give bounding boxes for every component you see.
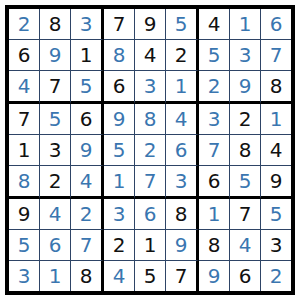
- cell-r3c3[interactable]: 5: [71, 71, 104, 104]
- cell-r5c5[interactable]: 2: [135, 135, 166, 166]
- cell-r9c4[interactable]: 4: [104, 261, 135, 291]
- cell-r3c2[interactable]: 7: [40, 71, 71, 104]
- cell-r4c8[interactable]: 2: [230, 104, 261, 135]
- cell-r1c8[interactable]: 1: [230, 9, 261, 40]
- cell-r4c7[interactable]: 3: [199, 104, 230, 135]
- cell-r5c2[interactable]: 3: [40, 135, 71, 166]
- cell-r4c4[interactable]: 9: [104, 104, 135, 135]
- cell-r5c4[interactable]: 5: [104, 135, 135, 166]
- cell-r8c9[interactable]: 3: [261, 230, 291, 261]
- cell-r1c5[interactable]: 9: [135, 9, 166, 40]
- cell-r7c6[interactable]: 8: [166, 199, 199, 230]
- cell-r8c7[interactable]: 8: [199, 230, 230, 261]
- cell-r2c4[interactable]: 8: [104, 40, 135, 71]
- cell-r5c1[interactable]: 1: [9, 135, 40, 166]
- cell-r9c6[interactable]: 7: [166, 261, 199, 291]
- cell-r6c9[interactable]: 9: [261, 166, 291, 199]
- cell-r1c4[interactable]: 7: [104, 9, 135, 40]
- cell-r8c3[interactable]: 7: [71, 230, 104, 261]
- cell-r6c6[interactable]: 3: [166, 166, 199, 199]
- cell-r1c6[interactable]: 5: [166, 9, 199, 40]
- cell-r8c6[interactable]: 9: [166, 230, 199, 261]
- cell-r2c2[interactable]: 9: [40, 40, 71, 71]
- cell-r2c7[interactable]: 5: [199, 40, 230, 71]
- cell-r6c2[interactable]: 2: [40, 166, 71, 199]
- cell-r5c7[interactable]: 7: [199, 135, 230, 166]
- cell-r2c1[interactable]: 6: [9, 40, 40, 71]
- cell-r8c5[interactable]: 1: [135, 230, 166, 261]
- cell-r2c5[interactable]: 4: [135, 40, 166, 71]
- cell-r6c8[interactable]: 5: [230, 166, 261, 199]
- cell-r9c1[interactable]: 3: [9, 261, 40, 291]
- cell-r4c3[interactable]: 6: [71, 104, 104, 135]
- cell-r9c7[interactable]: 9: [199, 261, 230, 291]
- cell-r6c4[interactable]: 1: [104, 166, 135, 199]
- cell-r3c1[interactable]: 4: [9, 71, 40, 104]
- cell-r2c8[interactable]: 3: [230, 40, 261, 71]
- cell-r5c8[interactable]: 8: [230, 135, 261, 166]
- cell-r6c3[interactable]: 4: [71, 166, 104, 199]
- cell-r9c9[interactable]: 2: [261, 261, 291, 291]
- cell-r4c2[interactable]: 5: [40, 104, 71, 135]
- cell-r7c8[interactable]: 7: [230, 199, 261, 230]
- cell-r4c9[interactable]: 1: [261, 104, 291, 135]
- cell-r4c1[interactable]: 7: [9, 104, 40, 135]
- cell-r9c3[interactable]: 8: [71, 261, 104, 291]
- cell-r3c7[interactable]: 2: [199, 71, 230, 104]
- cell-r9c5[interactable]: 5: [135, 261, 166, 291]
- cell-r3c5[interactable]: 3: [135, 71, 166, 104]
- cell-r8c4[interactable]: 2: [104, 230, 135, 261]
- cell-r3c9[interactable]: 8: [261, 71, 291, 104]
- cell-r7c3[interactable]: 2: [71, 199, 104, 230]
- cell-r2c3[interactable]: 1: [71, 40, 104, 71]
- cell-r9c8[interactable]: 6: [230, 261, 261, 291]
- cell-r9c2[interactable]: 1: [40, 261, 71, 291]
- cell-r1c3[interactable]: 3: [71, 9, 104, 40]
- cell-r4c6[interactable]: 4: [166, 104, 199, 135]
- cell-r8c2[interactable]: 6: [40, 230, 71, 261]
- sudoku-board: 2837954166918425374756312987569843211395…: [5, 5, 295, 295]
- cell-r3c8[interactable]: 9: [230, 71, 261, 104]
- cell-r7c2[interactable]: 4: [40, 199, 71, 230]
- cell-r5c3[interactable]: 9: [71, 135, 104, 166]
- cell-r7c1[interactable]: 9: [9, 199, 40, 230]
- cell-r7c5[interactable]: 6: [135, 199, 166, 230]
- cell-r3c4[interactable]: 6: [104, 71, 135, 104]
- cell-r7c7[interactable]: 1: [199, 199, 230, 230]
- cell-r1c2[interactable]: 8: [40, 9, 71, 40]
- cell-r4c5[interactable]: 8: [135, 104, 166, 135]
- cell-r1c1[interactable]: 2: [9, 9, 40, 40]
- cell-r8c1[interactable]: 5: [9, 230, 40, 261]
- cell-r3c6[interactable]: 1: [166, 71, 199, 104]
- cell-r1c9[interactable]: 6: [261, 9, 291, 40]
- cell-r5c6[interactable]: 6: [166, 135, 199, 166]
- cell-r6c1[interactable]: 8: [9, 166, 40, 199]
- cell-r6c7[interactable]: 6: [199, 166, 230, 199]
- cell-r7c9[interactable]: 5: [261, 199, 291, 230]
- cell-r8c8[interactable]: 4: [230, 230, 261, 261]
- cell-r2c6[interactable]: 2: [166, 40, 199, 71]
- cell-r2c9[interactable]: 7: [261, 40, 291, 71]
- sudoku-page: 2837954166918425374756312987569843211395…: [0, 0, 300, 300]
- cell-r7c4[interactable]: 3: [104, 199, 135, 230]
- cell-r5c9[interactable]: 4: [261, 135, 291, 166]
- cell-r1c7[interactable]: 4: [199, 9, 230, 40]
- cell-r6c5[interactable]: 7: [135, 166, 166, 199]
